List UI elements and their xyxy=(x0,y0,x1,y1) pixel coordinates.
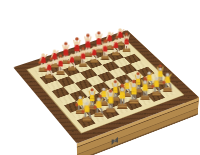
brass-pin xyxy=(133,41,136,42)
product-photo xyxy=(0,0,200,155)
player-figurine-icon xyxy=(78,97,94,125)
clasp-icon xyxy=(111,132,119,142)
brass-pin xyxy=(119,122,122,124)
brass-pin xyxy=(93,132,96,134)
brass-pin xyxy=(71,130,74,132)
piece-black-pawn-a7[interactable] xyxy=(42,57,56,81)
brass-pin xyxy=(30,81,33,83)
brass-pin xyxy=(187,97,190,99)
brass-pin xyxy=(44,98,47,100)
brass-pin xyxy=(59,116,62,118)
brass-pin xyxy=(147,54,150,56)
brass-pin xyxy=(168,104,171,106)
brass-pin xyxy=(176,82,179,84)
player-figurine-icon xyxy=(42,57,56,81)
piece-white-rook-a1[interactable] xyxy=(78,97,94,125)
chess-board xyxy=(13,30,199,143)
brass-pin xyxy=(144,113,147,115)
scene xyxy=(0,0,200,155)
